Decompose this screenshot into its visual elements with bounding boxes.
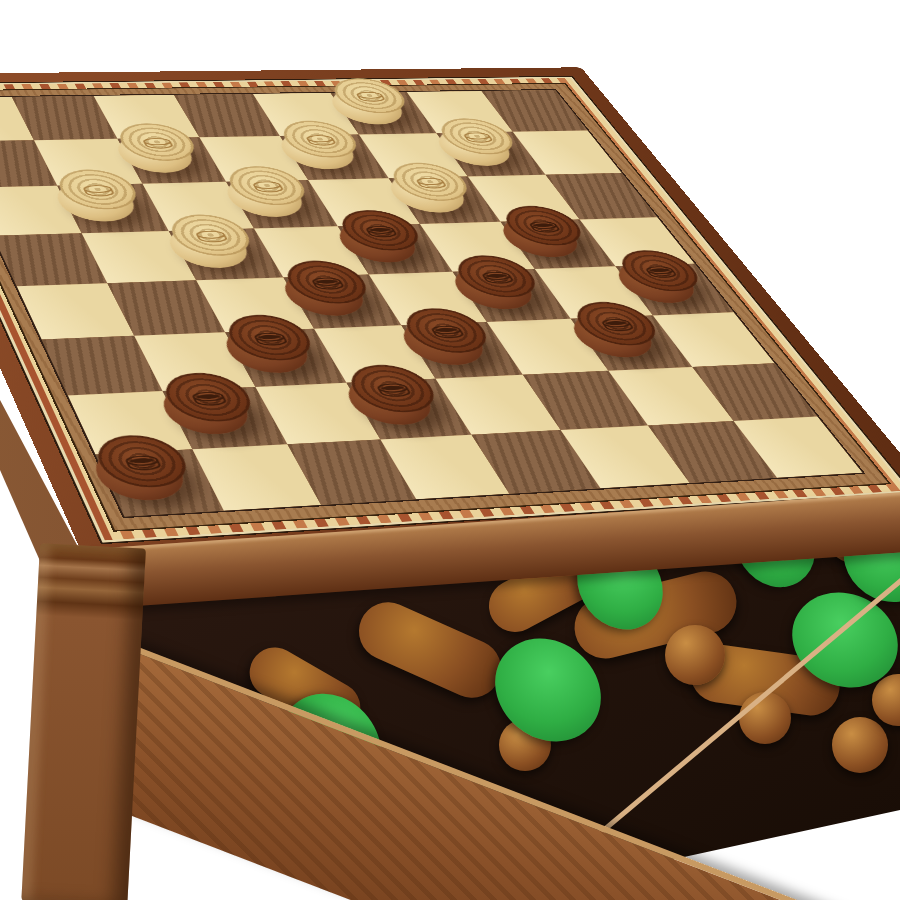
checker-dark-f4[interactable]: ⛂ (444, 266, 544, 311)
checker-dark-d4[interactable]: ⛂ (275, 271, 375, 317)
pawn-head-1 (665, 625, 725, 685)
chess-piece-body-1 (350, 593, 511, 707)
checker-dark-g3[interactable]: ⛂ (562, 312, 665, 359)
dark-checker-top-icon: ⛂ (565, 301, 668, 347)
box-corner-molding (21, 543, 146, 900)
checker-light-c7[interactable]: ⛀ (109, 134, 201, 173)
board-outer-rail: ⛂⛂⛂⛂⛂⛂⛂⛂⛂⛂⛂⛀⛀⛀⛀⛀⛀⛀⛀ (0, 67, 900, 560)
pieces-layer: ⛂⛂⛂⛂⛂⛂⛂⛂⛂⛂⛂⛀⛀⛀⛀⛀⛀⛀⛀ (0, 84, 888, 530)
checker-dark-h4[interactable]: ⛂ (607, 261, 707, 305)
checker-light-e7[interactable]: ⛀ (272, 132, 364, 170)
checkers-board-3d: ⛂⛂⛂⛂⛂⛂⛂⛂⛂⛂⛂⛀⛀⛀⛀⛀⛀⛀⛀ (0, 67, 900, 560)
checker-light-f8[interactable]: ⛀ (322, 89, 412, 125)
product-photo-scene: ⛂⛂⛂⛂⛂⛂⛂⛂⛂⛂⛂⛀⛀⛀⛀⛀⛀⛀⛀ (0, 0, 900, 900)
checker-dark-b2[interactable]: ⛂ (153, 384, 258, 437)
checker-light-d6[interactable]: ⛀ (218, 177, 312, 218)
checker-dark-g5[interactable]: ⛂ (492, 216, 589, 258)
checker-dark-d2[interactable]: ⛂ (337, 375, 443, 426)
veneer-margin: ⛂⛂⛂⛂⛂⛂⛂⛂⛂⛂⛂⛀⛀⛀⛀⛀⛀⛀⛀ (0, 83, 891, 532)
checker-light-b6[interactable]: ⛀ (49, 181, 143, 223)
light-checker-top-icon: ⛀ (325, 78, 415, 114)
checker-dark-a1[interactable]: ⛂ (86, 446, 194, 503)
mosaic-inlay-border: ⛂⛂⛂⛂⛂⛂⛂⛂⛂⛂⛂⛀⛀⛀⛀⛀⛀⛀⛀ (0, 76, 900, 544)
checker-dark-e5[interactable]: ⛂ (329, 221, 426, 264)
checker-light-c5[interactable]: ⛀ (160, 225, 257, 269)
checker-dark-e3[interactable]: ⛂ (392, 319, 495, 367)
checker-dark-c3[interactable]: ⛂ (216, 326, 318, 375)
checker-light-f6[interactable]: ⛀ (380, 173, 474, 213)
checker-light-g7[interactable]: ⛀ (428, 129, 520, 167)
